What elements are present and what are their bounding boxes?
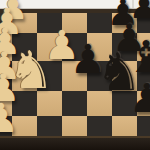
black-pawn-g4[interactable]: ♟ <box>129 78 150 118</box>
chessboard-photo: ♟♟♟♟♟♟♞♟♟♟♟♝♟♞♟ <box>0 0 150 150</box>
board-square[interactable] <box>87 116 112 136</box>
board-square[interactable] <box>62 116 87 136</box>
board-frame-bottom <box>0 136 150 150</box>
board-square[interactable] <box>62 91 87 116</box>
white-pawn-a2[interactable]: ♟ <box>0 98 19 138</box>
board-square[interactable] <box>37 116 62 136</box>
